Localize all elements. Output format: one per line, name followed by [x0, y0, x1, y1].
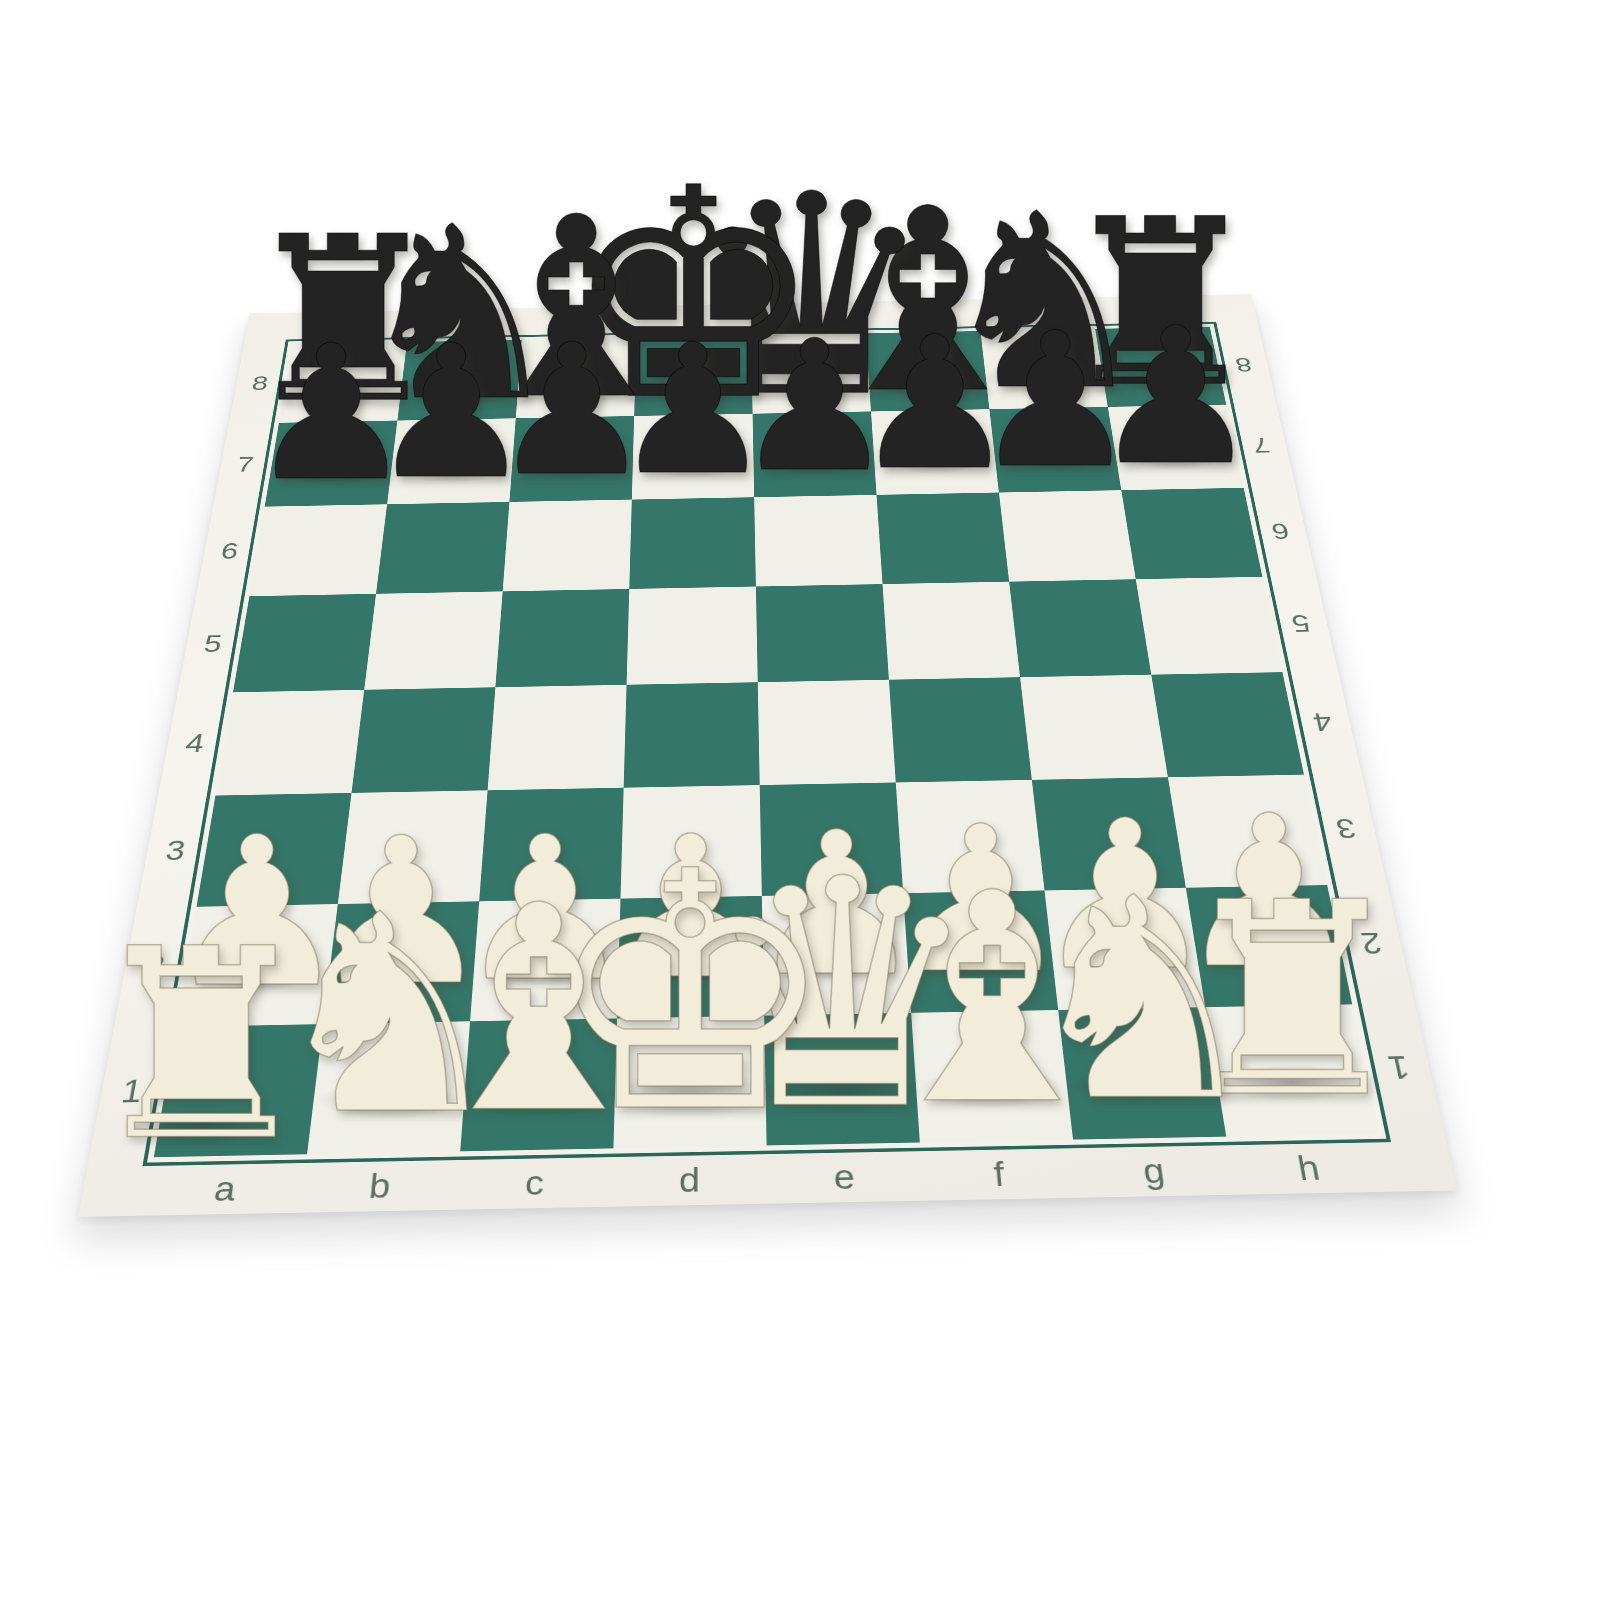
piece-black-pawn-a7[interactable]: ♟ [247, 321, 414, 507]
piece-white-rook-a1[interactable]: ♜ [84, 915, 319, 1177]
pieces-layer: ♜♞♝♚♛♝♞♜♟♟♟♟♟♟♟♟♟♟♟♟♟♟♟♟♜♞♝♚♛♝♞♜ [0, 0, 1600, 1600]
photo-canvas: 88aa77bb66cc55dd44ee33ff22gg11hh ♜♞♝♚♛♝♞… [0, 0, 1600, 1600]
